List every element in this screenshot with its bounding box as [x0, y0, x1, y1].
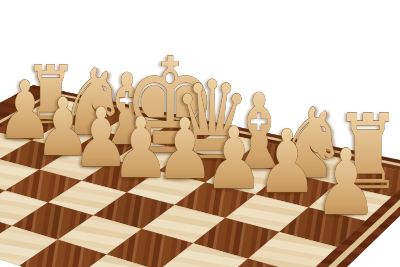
piece-white-pawn-a2: ♟: [314, 129, 378, 235]
piece-white-pawn-b2: ♟: [256, 111, 317, 212]
chess-board-svg: ♜♞♟♝♚♟♛♟♝♞♟♟♜♟♟♟: [0, 0, 400, 267]
chessboard-photo-scene: ♜♞♟♝♚♟♛♟♝♞♟♟♜♟♟♟: [0, 0, 400, 267]
piece-white-pawn-c2: ♟: [204, 109, 264, 208]
